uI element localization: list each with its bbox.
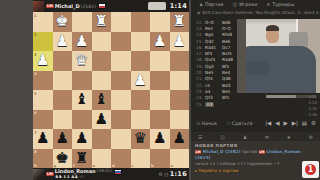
chat-body: НОВАЯ ПАРТИЯ LM Michal_D (2582) против L… [191, 141, 320, 175]
white-clock-time: 1:14 [170, 2, 187, 10]
square-f7[interactable]: ♟ [72, 129, 92, 149]
square-e1[interactable]: ♜ [92, 12, 112, 32]
nav-icon: ♟ [199, 2, 203, 7]
rank-label: 4 [34, 71, 37, 76]
file-label: d [112, 163, 115, 168]
square-c7[interactable]: ♛ [131, 129, 151, 149]
square-d6[interactable] [111, 110, 131, 130]
square-e4[interactable] [92, 71, 112, 91]
chat-tab-icon[interactable]: ☰ [198, 134, 202, 140]
square-a6[interactable] [170, 110, 190, 130]
white-pawn[interactable]: ♟ [173, 34, 186, 49]
move-time: 1:12 [308, 94, 317, 100]
square-e3[interactable] [92, 51, 112, 71]
black-bishop[interactable]: ♝ [75, 92, 88, 107]
move-number: 22. [196, 83, 205, 88]
square-a5[interactable] [170, 90, 190, 110]
resign-button[interactable]: ⚐Сдаться [227, 121, 253, 126]
square-e8[interactable]: e [92, 149, 112, 169]
chat-odds-line: ничья ±1 / победа +7 / поражение −7 [195, 161, 316, 167]
top-player-rating: (2582) [81, 4, 96, 9]
square-e5[interactable]: ♝ [92, 90, 112, 110]
square-a4[interactable] [170, 71, 190, 91]
square-g8[interactable]: g♚ [53, 149, 73, 169]
move-white[interactable]: c4 [205, 83, 222, 88]
poland-flag-icon [98, 3, 106, 9]
webcam-video [237, 19, 320, 93]
black-queen[interactable]: ♛ [134, 131, 147, 146]
move-white[interactable]: h3 [205, 102, 214, 107]
move-white[interactable]: Bf4 [205, 51, 222, 56]
chat-tab-icon[interactable]: ⚙ [308, 134, 312, 140]
square-d2[interactable] [111, 32, 131, 52]
move-white[interactable]: Rad1 [205, 45, 222, 50]
move-row: 17.Bf4Bxf4 [196, 50, 240, 56]
square-d4[interactable] [111, 71, 131, 91]
square-g2[interactable]: ♟ [53, 32, 73, 52]
black-pawn[interactable]: ♟ [56, 131, 69, 146]
draw-button[interactable]: ½Ничья [196, 121, 217, 126]
replay-control[interactable]: ▶| [292, 120, 298, 126]
move-time: 1:15 [308, 106, 317, 112]
square-c6[interactable] [131, 110, 151, 130]
nav-tab-Игроки[interactable]: ☺Игроки [232, 2, 257, 7]
move-row: 14.Bg5Rfe8 [196, 32, 240, 38]
chat-tab-icon[interactable]: ☺ [220, 134, 225, 140]
square-a3[interactable] [170, 51, 190, 71]
chat-tabs: ☰☺♟✉★⚙ [191, 132, 320, 141]
square-d3[interactable] [111, 51, 131, 71]
square-e7[interactable] [92, 129, 112, 149]
move-times: 1:121:131:151:16 [308, 94, 317, 118]
square-c2[interactable] [131, 32, 151, 52]
opening-name: ◉ B10 Caro-Kann Defense: Two Knights Att… [191, 8, 320, 16]
square-g3[interactable] [53, 51, 73, 71]
move-row: 13.Re1O-O [196, 25, 240, 31]
move-row: 23.a4Be5 [196, 88, 240, 94]
nav-icon: ☺ [232, 2, 237, 7]
square-b3[interactable] [150, 51, 170, 71]
black-pawn[interactable]: ♟ [95, 112, 108, 127]
chess-board[interactable]: 1♚♜♜2♟♟♟♟3♟♛4♟5♝♝6♟7♟♟♟♛♟♟8hg♚f♜edcba [33, 12, 189, 168]
white-rook[interactable]: ♜ [95, 14, 108, 29]
clock-icon: ◷ [164, 171, 169, 177]
square-d1[interactable] [111, 12, 131, 32]
file-label: a [171, 163, 174, 168]
move-white[interactable]: Qg3 [205, 64, 222, 69]
move-white[interactable]: Ne5 [205, 70, 222, 75]
black-rook[interactable]: ♜ [75, 151, 88, 166]
rank-label: 6 [34, 110, 37, 115]
nav-tab-Партия[interactable]: ♟Партия [199, 2, 223, 7]
move-number: 24. [196, 95, 205, 100]
replay-control[interactable]: ▤ [302, 120, 307, 126]
move-number: 19. [196, 64, 205, 69]
black-clock-time: 1:16 [170, 170, 187, 178]
square-g5[interactable] [53, 90, 73, 110]
square-h1[interactable]: 1 [33, 12, 53, 32]
rank-label: 7 [34, 130, 37, 135]
move-number: 25. [196, 102, 205, 107]
square-g1[interactable]: ♚ [53, 12, 73, 32]
rank-label: 2 [34, 32, 37, 37]
bottom-player-rating: (2625) [97, 169, 112, 174]
move-row: 19.Qg3Bf5 [196, 63, 240, 69]
chat-tab-icon[interactable]: ♟ [243, 134, 247, 140]
square-g6[interactable] [53, 110, 73, 130]
game-buttons: ½Ничья ⚐Сдаться [196, 121, 252, 126]
move-number: 12. [196, 20, 205, 25]
panel-nav: ♟Партия☺Игроки♛Турниры [191, 0, 320, 8]
move-row: 20.Ne5Be4 [196, 69, 240, 75]
white-queen[interactable]: ♛ [75, 53, 88, 68]
chat-lm-badge-2: LM [259, 150, 265, 154]
square-h6[interactable]: 6 [33, 110, 53, 130]
move-white[interactable]: a4 [205, 89, 222, 94]
lichess-stream-screen: LM Michal_D (2582) 1:14 1♚♜♜2♟♟♟♟3♟♛4♟5♝… [0, 0, 320, 180]
square-f5[interactable]: ♝ [72, 90, 92, 110]
move-row: 16.Rad1Qc7 [196, 44, 240, 50]
white-clock: 1:14 [148, 2, 189, 10]
square-h8[interactable]: 8h [33, 149, 53, 169]
square-f8[interactable]: f♜ [72, 149, 92, 169]
bottom-player-title-badge: LM [46, 172, 54, 176]
file-label: c [132, 163, 134, 168]
square-h2[interactable]: 2 [33, 32, 53, 52]
chat-game-message: LM Michal_D (2582) против LM Lindon_Roma… [195, 149, 316, 161]
chat-section: ☰☺♟✉★⚙ НОВАЯ ПАРТИЯ LM Michal_D (2582) п… [191, 132, 320, 180]
square-a8[interactable]: a [170, 149, 190, 169]
file-label: g [54, 163, 57, 168]
chat-game-link[interactable]: ▸ Перейти к партии [195, 168, 316, 174]
square-a2[interactable]: ♟ [170, 32, 190, 52]
board-settings-gear-icon[interactable]: ⚙ [158, 171, 163, 177]
square-b5[interactable] [150, 90, 170, 110]
russia-flag-icon [114, 169, 122, 175]
move-row: 25.h3 [196, 101, 240, 107]
square-f3[interactable]: ♛ [72, 51, 92, 71]
top-player-name[interactable]: Michal_D [55, 3, 80, 9]
white-pawn[interactable]: ♟ [75, 34, 88, 49]
square-b2[interactable]: ♟ [150, 32, 170, 52]
rank-label: 8 [34, 149, 37, 154]
move-time: 1:16 [308, 112, 317, 118]
square-a7[interactable]: ♟ [170, 129, 190, 149]
book-icon: ◉ [197, 10, 201, 15]
move-row: 21.Qf4Qd6 [196, 76, 240, 82]
square-f1[interactable] [72, 12, 92, 32]
move-row: 15.Qd2Be6 [196, 38, 240, 44]
logo-mark: 1 [305, 164, 316, 175]
move-number: 14. [196, 32, 205, 37]
move-white[interactable]: O-O [205, 20, 222, 25]
square-e2[interactable] [92, 32, 112, 52]
white-clock-badge [148, 2, 166, 10]
rank-label: 3 [34, 52, 37, 57]
square-f6[interactable] [72, 110, 92, 130]
replay-control[interactable]: |◀ [265, 120, 271, 126]
captured-pieces: ♞♞ ♝♝ ♟♟ [55, 174, 78, 179]
move-white[interactable]: Bg5 [205, 32, 222, 37]
black-pawn[interactable]: ♟ [36, 131, 49, 146]
nav-tab-Турниры[interactable]: ♛Турниры [266, 2, 294, 7]
chat-player-link-1[interactable]: Michal_D (2582) [203, 149, 241, 154]
stream-logo: 1 [302, 161, 319, 178]
move-white[interactable]: Qf4 [205, 76, 222, 81]
rank-label: 5 [34, 91, 37, 96]
square-f4[interactable] [72, 71, 92, 91]
square-h7[interactable]: 7♟ [33, 129, 53, 149]
bottom-player-avatar [33, 169, 44, 180]
square-c3[interactable] [131, 51, 151, 71]
square-b1[interactable] [150, 12, 170, 32]
square-c4[interactable]: ♟ [131, 71, 151, 91]
square-h3[interactable]: 3♟ [33, 51, 53, 71]
replay-controls: |◀◀▶▶|▤⚙ [265, 120, 316, 126]
move-white[interactable]: Re1 [205, 26, 222, 31]
opening-text: B10 Caro-Kann Defense: Two Knights Attac… [203, 10, 320, 15]
move-row: 12.O-OBd6 [196, 19, 240, 25]
streamer-hair [266, 25, 279, 31]
chat-lm-badge-1: LM [195, 150, 201, 154]
black-pawn[interactable]: ♟ [173, 131, 186, 146]
square-d7[interactable] [111, 129, 131, 149]
move-list[interactable]: 12.O-OBd613.Re1O-O14.Bg5Rfe815.Qd2Be616.… [196, 19, 240, 107]
white-king[interactable]: ♚ [56, 14, 69, 29]
file-label: e [93, 163, 96, 168]
move-row: 24.Qf3Bf5 [196, 95, 240, 101]
square-e6[interactable]: ♟ [92, 110, 112, 130]
black-pawn[interactable]: ♟ [153, 131, 166, 146]
square-f2[interactable]: ♟ [72, 32, 92, 52]
move-white[interactable]: Qd2 [205, 39, 222, 44]
square-h5[interactable]: 5 [33, 90, 53, 110]
square-c8[interactable]: c [131, 149, 151, 169]
move-number: 16. [196, 45, 205, 50]
square-b6[interactable] [150, 110, 170, 130]
black-bishop[interactable]: ♝ [95, 92, 108, 107]
move-number: 18. [196, 57, 205, 62]
rank-label: 1 [34, 13, 37, 18]
top-player-bar: LM Michal_D (2582) 1:14 [33, 0, 189, 12]
top-player-title-badge: LM [46, 4, 54, 8]
black-pawn[interactable]: ♟ [75, 131, 88, 146]
replay-control[interactable]: ▶ [284, 120, 288, 126]
bottom-player-bar: LM Lindon_Roman (2625) ♞♞ ♝♝ ♟♟ +1 ⚙ ◷ 1… [33, 168, 189, 180]
replay-control[interactable]: ⚙ [311, 120, 316, 126]
link-arrow-icon: ▸ [195, 168, 197, 173]
square-g4[interactable] [53, 71, 73, 91]
square-d5[interactable] [111, 90, 131, 110]
file-label: b [151, 163, 154, 168]
move-white[interactable]: Qxf4 [205, 57, 222, 62]
move-row: 18.Qxf4Rad8 [196, 57, 240, 63]
chat-tab-icon[interactable]: ✉ [265, 134, 269, 140]
file-label: h [34, 163, 37, 168]
black-clock: ⚙ ◷ 1:16 [156, 170, 189, 178]
resign-flag-icon: ⚐ [227, 121, 231, 126]
square-c1[interactable] [131, 12, 151, 32]
replay-control[interactable]: ◀ [275, 120, 279, 126]
material-advantage: +1 [79, 175, 84, 179]
move-number: 23. [196, 89, 205, 94]
square-b7[interactable]: ♟ [150, 129, 170, 149]
file-label: f [73, 163, 75, 168]
move-number: 17. [196, 51, 205, 56]
white-pawn[interactable]: ♟ [36, 53, 49, 68]
white-pawn[interactable]: ♟ [153, 34, 166, 49]
square-g7[interactable]: ♟ [53, 129, 73, 149]
top-player-avatar [33, 1, 44, 12]
half-point-icon: ½ [196, 121, 200, 126]
square-a1[interactable]: ♜ [170, 12, 190, 32]
square-b4[interactable] [150, 71, 170, 91]
square-d8[interactable]: d [111, 149, 131, 169]
chat-tab-icon[interactable]: ★ [286, 134, 290, 140]
captured-pieces-row: ♞♞ ♝♝ ♟♟ +1 [55, 175, 122, 180]
white-pawn[interactable]: ♟ [134, 73, 147, 88]
webcam-left-shadow [237, 19, 246, 93]
black-king[interactable]: ♚ [56, 151, 69, 166]
white-pawn[interactable]: ♟ [56, 34, 69, 49]
move-number: 21. [196, 76, 205, 81]
move-time: 1:13 [308, 100, 317, 106]
move-row: 22.c4Bd3 [196, 82, 240, 88]
move-black[interactable]: Bf5 [222, 95, 239, 100]
square-h4[interactable]: 4 [33, 71, 53, 91]
nav-icon: ♛ [266, 2, 270, 7]
move-number: 13. [196, 26, 205, 31]
square-b8[interactable]: b [150, 149, 170, 169]
move-number: 20. [196, 70, 205, 75]
white-rook[interactable]: ♜ [173, 14, 186, 29]
move-white[interactable]: Qf3 [205, 95, 222, 100]
square-c5[interactable] [131, 90, 151, 110]
move-number: 15. [196, 39, 205, 44]
